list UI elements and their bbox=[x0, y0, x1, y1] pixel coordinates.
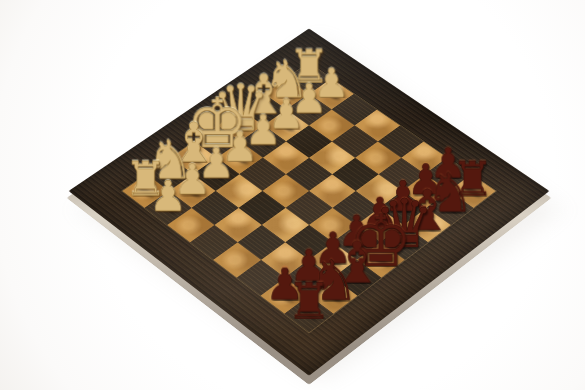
photo-background: ♜♟♟♜♞♟♟♞♝♟♟♝♛♟♟♛♚♟♟♚♝♟♟♝♞♟♟♞♜♟♟♜ bbox=[0, 0, 585, 390]
square-h2: ♟ bbox=[145, 191, 192, 225]
square-e5 bbox=[286, 191, 333, 225]
square-d4 bbox=[286, 158, 332, 191]
chess-board: ♜♟♟♜♞♟♟♞♝♟♟♝♛♟♟♛♚♟♟♚♝♟♟♝♞♟♟♞♜♟♟♜ bbox=[69, 28, 550, 375]
square-f3 bbox=[216, 174, 263, 208]
playing-field: ♜♟♟♜♞♟♟♞♝♟♟♝♛♟♟♛♚♟♟♚♝♟♟♝♞♟♟♞♜♟♟♜ bbox=[122, 63, 495, 332]
square-h8: ♜ bbox=[285, 296, 334, 333]
scene: ♜♟♟♜♞♟♟♞♝♟♟♝♛♟♟♛♚♟♟♚♝♟♟♝♞♟♟♞♜♟♟♜ bbox=[0, 0, 585, 390]
